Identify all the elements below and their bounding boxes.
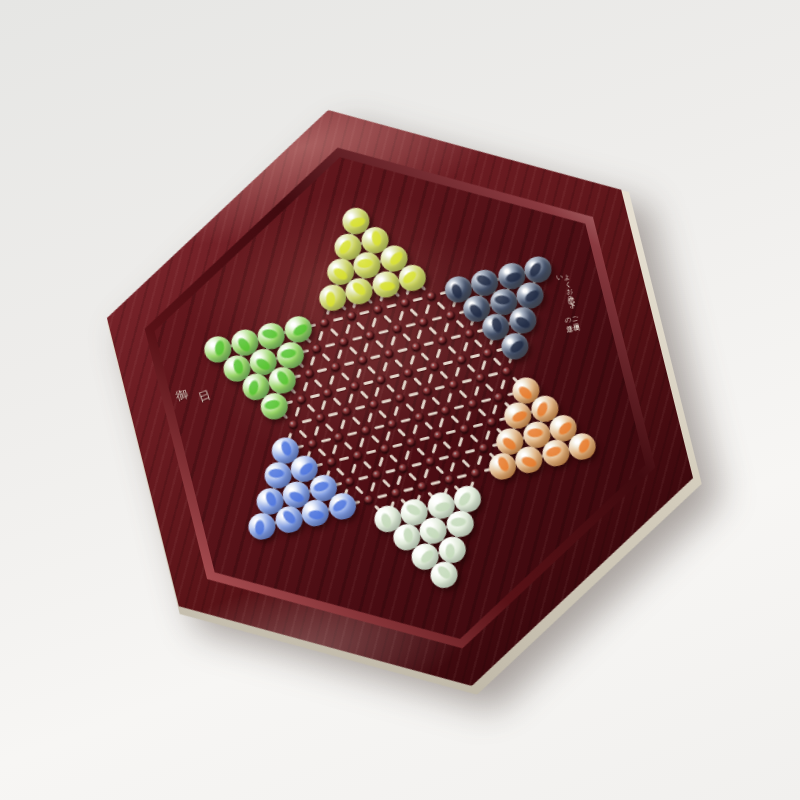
marble-swirl: [449, 513, 471, 535]
marble-swirl: [492, 291, 515, 313]
marble-swirl: [278, 343, 301, 366]
photo-background: ご使用上の注意 よくお読み下さい 御日: [0, 0, 800, 800]
marble-swirl: [442, 539, 463, 559]
fine-print-line-1: ご使用上の注意: [563, 311, 579, 327]
marble-swirl: [363, 228, 387, 251]
marble-swirl: [243, 375, 267, 398]
marble-swirl: [542, 440, 568, 466]
marble-swirl: [251, 516, 272, 536]
marble-swirl: [322, 287, 343, 308]
marble-swirl: [395, 526, 418, 549]
marble-swirl: [356, 254, 378, 276]
marble-swirl: [207, 339, 230, 361]
marble-swirl: [267, 465, 288, 485]
marble-swirl: [526, 424, 547, 445]
marble-swirl: [259, 325, 283, 348]
marble-swirl: [489, 453, 516, 480]
marble-swirl: [304, 502, 327, 524]
marble-swirl: [515, 447, 542, 473]
marble-swirl: [262, 394, 286, 418]
marble-swirl: [375, 274, 396, 294]
